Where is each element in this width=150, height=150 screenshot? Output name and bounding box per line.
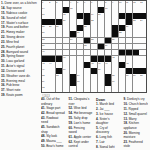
grid-cell[interactable] (139, 44, 146, 50)
grid-cell[interactable] (84, 86, 91, 92)
clue-number: 28 (84, 25, 87, 27)
clue-number: 45 (91, 62, 94, 64)
grid-cell[interactable] (98, 31, 105, 37)
grid-cell[interactable] (133, 86, 140, 92)
clue-number: 58 (140, 74, 143, 76)
clue-number: 53 (56, 74, 59, 76)
grid-cell[interactable]: 12 (133, 1, 140, 7)
clue-number: 20 (98, 13, 101, 15)
black-cell (119, 13, 126, 19)
grid-cell[interactable] (119, 38, 126, 44)
grid-cell[interactable] (126, 38, 133, 44)
grid-cell[interactable] (56, 13, 63, 19)
black-cell (126, 50, 133, 56)
grid-cell[interactable] (119, 86, 126, 92)
clue-number: 13 (140, 1, 143, 3)
grid-cell[interactable] (70, 50, 77, 56)
clue-item: 41. Stage part (41, 106, 66, 110)
grid-cell[interactable]: 50 (63, 68, 70, 74)
grid-cell[interactable] (49, 38, 56, 44)
grid-cell[interactable]: 42 (112, 56, 119, 62)
clue-number: 27 (56, 25, 59, 27)
clue-item: 3. Ice house (96, 112, 121, 116)
grid-cell[interactable] (63, 1, 70, 7)
grid-cell[interactable]: 31 (77, 31, 84, 37)
grid-cell[interactable] (77, 56, 84, 62)
grid-cell[interactable] (70, 56, 77, 62)
grid-cell[interactable] (119, 19, 126, 25)
clue-item: 40. Out of the ordinary (41, 97, 66, 106)
grid-cell[interactable] (49, 68, 56, 74)
clue-item: 25. Fourth planet (1, 45, 39, 49)
grid-cell[interactable]: 41 (63, 56, 70, 62)
grid-cell[interactable] (63, 44, 70, 50)
grid-cell[interactable] (56, 50, 63, 56)
grid-cell[interactable] (56, 31, 63, 37)
grid-cell[interactable] (49, 80, 56, 86)
clue-item: 37. Short note (1, 88, 39, 92)
grid-cell[interactable]: 57 (133, 74, 140, 80)
grid-cell[interactable]: 38 (84, 44, 91, 50)
grid-cell[interactable] (139, 38, 146, 44)
grid-cell[interactable] (126, 7, 133, 13)
across-clues-list: 1. Done over, as a kitchen14. Sap source… (1, 1, 39, 150)
grid-cell[interactable]: 40 (42, 50, 49, 56)
grid-cell[interactable]: 47 (105, 62, 112, 68)
grid-cell[interactable]: 51 (98, 68, 105, 74)
clue-item: 43. Rowboat need (41, 116, 66, 125)
grid-cell[interactable] (133, 80, 140, 86)
grid-cell[interactable] (126, 86, 133, 92)
grid-cell[interactable] (105, 86, 112, 92)
grid-cell[interactable] (49, 7, 56, 13)
clue-item: 10. Church bench (124, 102, 149, 106)
clue-item: 30. Luau garland (1, 59, 39, 63)
clue-number: 7 (91, 1, 92, 3)
clue-number: 12 (133, 1, 136, 3)
clue-number: 36 (112, 38, 115, 40)
black-cell (77, 13, 84, 19)
grid-cell[interactable] (84, 50, 91, 56)
clue-item: 60. Fencing sword (69, 126, 94, 135)
clue-number: 5 (77, 1, 78, 3)
grid-cell[interactable] (56, 38, 63, 44)
grid-cell[interactable] (133, 25, 140, 31)
grid-cell[interactable] (77, 62, 84, 68)
clue-number: 34 (70, 38, 73, 40)
grid-cell[interactable] (49, 50, 56, 56)
grid-cell[interactable] (119, 80, 126, 86)
grid-cell[interactable] (105, 31, 112, 37)
grid-cell[interactable]: 7 (91, 1, 98, 7)
grid-cell[interactable]: 39 (105, 44, 112, 50)
clue-number: 37 (42, 44, 45, 46)
clue-number: 35 (91, 38, 94, 40)
grid-cell[interactable]: 26 (49, 25, 56, 31)
clue-item: 55. Salty drop (69, 116, 94, 120)
grid-cell[interactable] (112, 86, 119, 92)
clue-number: 59 (42, 80, 45, 82)
clue-number: 39 (105, 44, 108, 46)
clue-item: 54. Hot beverage (69, 111, 94, 115)
grid-cell[interactable]: 44 (49, 62, 56, 68)
grid-cell[interactable] (112, 19, 119, 25)
grid-cell[interactable]: 28 (84, 25, 91, 31)
grid-cell[interactable]: 27 (56, 25, 63, 31)
grid-cell[interactable] (98, 38, 105, 44)
grid-cell[interactable]: 9 (112, 1, 119, 7)
clue-number: 41 (63, 56, 66, 58)
grid-cell[interactable]: 37 (42, 44, 49, 50)
grid-cell[interactable] (105, 13, 112, 19)
clue-number: 6 (84, 1, 85, 3)
grid-cell[interactable]: 61 (112, 80, 119, 86)
clue-item: 9. Donkey's cry (124, 97, 149, 101)
grid-cell[interactable]: 2 (49, 1, 56, 7)
clue-number: 29 (126, 25, 129, 27)
clue-number: 2 (49, 1, 50, 3)
grid-cell[interactable] (133, 38, 140, 44)
grid-cell[interactable] (91, 44, 98, 50)
grid-cell[interactable] (105, 19, 112, 25)
grid-cell[interactable] (49, 74, 56, 80)
grid-cell[interactable] (91, 31, 98, 37)
grid-cell[interactable]: 22 (91, 19, 98, 25)
grid-cell[interactable] (70, 19, 77, 25)
clue-number: 42 (112, 56, 115, 58)
clue-item: 4. Sister's daughter (96, 117, 121, 126)
grid-cell[interactable] (56, 86, 63, 92)
clue-number: 16 (105, 7, 108, 9)
grid-cell[interactable] (139, 31, 146, 37)
clue-number: 10 (119, 1, 122, 3)
grid-cell[interactable] (63, 80, 70, 86)
grid-cell[interactable]: 5 (77, 1, 84, 7)
clue-number: 19 (91, 13, 94, 15)
grid-cell[interactable] (98, 19, 105, 25)
clue-number: 44 (49, 62, 52, 64)
grid-cell[interactable] (112, 13, 119, 19)
grid-cell[interactable] (105, 50, 112, 56)
grid-cell[interactable] (49, 31, 56, 37)
grid-cell[interactable] (119, 74, 126, 80)
grid-cell[interactable] (133, 44, 140, 50)
clue-number: 14 (42, 7, 45, 9)
clue-item: 1. Done over, as a kitchen (1, 1, 39, 5)
grid-cell[interactable] (119, 56, 126, 62)
clue-number: 47 (105, 62, 108, 64)
grid-cell[interactable]: 24 (139, 19, 146, 25)
clue-number: 50 (63, 68, 66, 70)
grid-cell[interactable] (49, 13, 56, 19)
clue-item: 33. Weather vane dir. (1, 74, 39, 78)
grid-cell[interactable]: 16 (105, 7, 112, 13)
clue-number: 62 (42, 86, 45, 88)
clue-number: 56 (126, 74, 129, 76)
clue-number: 33 (42, 38, 45, 40)
grid-cell[interactable] (70, 62, 77, 68)
clue-item: 23. Mine find (1, 40, 39, 44)
grid-cell[interactable] (63, 74, 70, 80)
grid-cell[interactable] (56, 7, 63, 13)
across-clues-column: 1. Done over, as a kitchen14. Sap source… (1, 1, 40, 150)
clue-item: 18. Kitchen appliance (124, 121, 149, 130)
grid-cell[interactable] (133, 31, 140, 37)
clue-number: 52 (42, 74, 45, 76)
grid-cell[interactable] (98, 1, 105, 7)
black-cell (70, 31, 77, 37)
clue-number: 43 (42, 62, 45, 64)
clue-number: 40 (42, 50, 45, 52)
clue-item: 51. Cleopatra's river (69, 97, 94, 106)
grid-cell[interactable] (77, 19, 84, 25)
clue-item: 1. Marsh bird (96, 102, 121, 106)
clue-item: 15. Nabisco cookie (1, 11, 39, 15)
grid-cell[interactable]: 20 (98, 13, 105, 19)
clue-number: 26 (49, 25, 52, 27)
grid-cell[interactable] (105, 68, 112, 74)
grid-cell[interactable] (63, 31, 70, 37)
black-cell (91, 68, 98, 74)
grid-cell[interactable] (119, 7, 126, 13)
clue-item: 2. Jai ___ (96, 107, 121, 111)
grid-cell[interactable] (84, 80, 91, 86)
clue-number: 1 (42, 1, 43, 3)
grid-cell[interactable]: 36 (112, 38, 119, 44)
black-cell (112, 31, 119, 37)
grid-cell[interactable]: 30 (42, 31, 49, 37)
grid-cell[interactable]: 34 (70, 38, 77, 44)
clue-item: 50. Bear's home (41, 144, 66, 148)
clue-item: 42. Bread spread (41, 111, 66, 115)
clue-number: 3 (56, 1, 57, 3)
clue-number: 51 (98, 68, 101, 70)
grid-cell[interactable] (63, 86, 70, 92)
grid-cell[interactable] (133, 62, 140, 68)
clue-item: 29. Spring flower (1, 54, 39, 58)
clue-item: 59. Lion's home (69, 121, 94, 125)
grid-cell[interactable] (84, 56, 91, 62)
grid-cell[interactable] (139, 7, 146, 13)
clue-number: 48 (126, 62, 129, 64)
grid-cell[interactable]: 48 (126, 62, 133, 68)
black-cell (84, 38, 91, 44)
black-cell (105, 38, 112, 44)
grid-cell[interactable] (98, 74, 105, 80)
grid-cell[interactable]: 56 (126, 74, 133, 80)
grid-cell[interactable] (126, 44, 133, 50)
clue-item: 6. Long fish (96, 135, 121, 139)
grid-cell[interactable] (126, 80, 133, 86)
bottom-clues-area: 40. Out of the ordinary41. Stage part42.… (41, 97, 149, 150)
bottom-clues-columns: 40. Out of the ordinary41. Stage part42.… (41, 97, 148, 150)
clue-item: 8. Signal light (96, 145, 121, 149)
clue-number: 30 (42, 31, 45, 33)
clue-item: 49. Mauna ___ (41, 139, 66, 143)
clue-item: 61. Apple center (69, 135, 94, 139)
clue-number: 4 (70, 1, 71, 3)
grid-cell[interactable] (98, 80, 105, 86)
grid-cell[interactable] (91, 80, 98, 86)
grid-cell[interactable]: 32 (119, 31, 126, 37)
crossword-grid[interactable]: 1234567891011121314151617181920212223242… (41, 0, 147, 93)
clue-number: 9 (112, 1, 113, 3)
clue-item: 52. Wise bird (69, 106, 94, 110)
grid-cell[interactable]: 35 (91, 38, 98, 44)
clue-item: 7. Lair (96, 140, 121, 144)
grid-cell[interactable] (112, 7, 119, 13)
grid-cell[interactable]: 53 (56, 74, 63, 80)
clue-number: 17 (42, 13, 45, 15)
grid-cell[interactable] (133, 56, 140, 62)
grid-cell[interactable]: 10 (119, 1, 126, 7)
clue-item: 36. Pub brew (1, 83, 39, 87)
clue-item: 19. Fuss and bother (1, 25, 39, 29)
grid-cell[interactable] (84, 31, 91, 37)
clue-number: 60 (77, 80, 80, 82)
black-cell (119, 62, 126, 68)
grid-cell[interactable] (98, 25, 105, 31)
clue-number: 22 (91, 19, 94, 21)
grid-cell[interactable] (91, 50, 98, 56)
grid-cell[interactable] (139, 80, 146, 86)
grid-cell[interactable]: 13 (139, 1, 146, 7)
grid-cell[interactable] (91, 74, 98, 80)
clue-item: 22. Strong desire (1, 35, 39, 39)
grid-cell[interactable]: 17 (42, 13, 49, 19)
clue-item: 48. Sly look (41, 134, 66, 138)
clue-number: 31 (77, 31, 80, 33)
grid-cell[interactable] (70, 44, 77, 50)
clue-item: 39. Keats poem (1, 93, 39, 97)
grid-cell[interactable]: 29 (126, 25, 133, 31)
clue-number: 24 (140, 19, 143, 21)
clue-item: 45. Sandwich shop (41, 125, 66, 134)
grid-cell[interactable] (126, 31, 133, 37)
grid-cell[interactable] (133, 7, 140, 13)
down-clues-header: Down (96, 97, 121, 102)
grid-cell[interactable] (84, 7, 91, 13)
clue-item: 20. Morning moisture (124, 130, 149, 139)
grid-cell[interactable] (77, 7, 84, 13)
black-cell (112, 25, 119, 31)
clue-number: 23 (133, 19, 136, 21)
grid-cell[interactable] (139, 86, 146, 92)
grid-cell[interactable] (70, 68, 77, 74)
clue-item: 23. Feathered stole (124, 140, 149, 149)
grid-cell[interactable] (91, 25, 98, 31)
grid-cell[interactable] (139, 56, 146, 62)
grid-cell[interactable] (49, 86, 56, 92)
clue-number: 18 (63, 13, 66, 15)
grid-cell[interactable] (84, 74, 91, 80)
clue-number: 46 (98, 62, 101, 64)
clue-item: 13. Marry (124, 116, 149, 120)
grid-cell[interactable] (49, 44, 56, 50)
clue-item: 35. Evening meal (1, 78, 39, 82)
clue-item: 12. Small quarrel (124, 112, 149, 116)
grid-cell[interactable] (70, 13, 77, 19)
black-cell (126, 13, 133, 19)
grid-cell[interactable] (112, 62, 119, 68)
grid-cell[interactable] (84, 68, 91, 74)
clue-number: 25 (42, 25, 45, 27)
grid-cell[interactable] (77, 50, 84, 56)
clue-number: 57 (133, 74, 136, 76)
grid-cell[interactable] (98, 50, 105, 56)
grid-cell[interactable] (91, 86, 98, 92)
clue-number: 8 (105, 1, 106, 3)
black-cell (105, 74, 112, 80)
grid-cell[interactable] (139, 50, 146, 56)
clue-number: 55 (112, 74, 115, 76)
clue-item: 31. Actor's signal (1, 64, 39, 68)
black-cell (70, 74, 77, 80)
clue-item: 32. Division word (1, 69, 39, 73)
grid-cell[interactable]: 33 (42, 38, 49, 44)
grid-cell[interactable] (70, 25, 77, 31)
grid-cell[interactable]: 6 (84, 1, 91, 7)
grid-cell[interactable] (56, 44, 63, 50)
grid-cell[interactable] (98, 86, 105, 92)
black-cell (70, 80, 77, 86)
grid-cell[interactable]: 3 (56, 1, 63, 7)
grid-cell[interactable] (56, 80, 63, 86)
clue-number: 11 (126, 1, 128, 3)
grid-cell[interactable] (119, 68, 126, 74)
grid-cell[interactable] (63, 25, 70, 31)
grid-cell[interactable] (77, 38, 84, 44)
grid-cell[interactable]: 45 (91, 62, 98, 68)
black-cell (98, 44, 105, 50)
grid-cell[interactable] (105, 25, 112, 31)
clue-number: 32 (119, 31, 122, 33)
grid-cell[interactable]: 62 (42, 86, 49, 92)
grid-cell[interactable]: 60 (77, 80, 84, 86)
crossword-page: { "game": "crossword", "grid_size": {"ro… (0, 0, 150, 150)
black-cell (119, 50, 126, 56)
grid-cell[interactable] (56, 62, 63, 68)
clue-number: 21 (63, 19, 66, 21)
black-cell (84, 13, 91, 19)
grid-cell[interactable] (77, 86, 84, 92)
black-cell (133, 50, 140, 56)
grid-cell[interactable] (63, 38, 70, 44)
clue-number: 15 (70, 7, 73, 9)
grid-cell[interactable] (77, 44, 84, 50)
clue-number: 38 (84, 44, 87, 46)
grid-cell[interactable]: 58 (139, 74, 146, 80)
clue-item: 28. Barnyard sound (1, 49, 39, 53)
grid-cell[interactable]: 23 (133, 19, 140, 25)
grid-cell[interactable] (119, 44, 126, 50)
grid-cell[interactable]: 21 (63, 19, 70, 25)
grid-cell[interactable] (112, 44, 119, 50)
black-cell (56, 56, 63, 62)
clue-item: 17. Skater's surface (1, 20, 39, 24)
black-cell (84, 62, 91, 68)
clue-item: 11. Ripped (124, 107, 149, 111)
grid-cell[interactable] (139, 25, 146, 31)
grid-cell[interactable] (139, 62, 146, 68)
clue-item: 21. Honey maker (1, 30, 39, 34)
grid-cell[interactable] (70, 86, 77, 92)
black-cell (105, 80, 112, 86)
grid-cell[interactable]: 15 (70, 7, 77, 13)
clue-item: 14. Sap source (1, 6, 39, 10)
grid-cell[interactable]: 11 (126, 1, 133, 7)
clue-item: 5. Cry of discovery (96, 126, 121, 135)
